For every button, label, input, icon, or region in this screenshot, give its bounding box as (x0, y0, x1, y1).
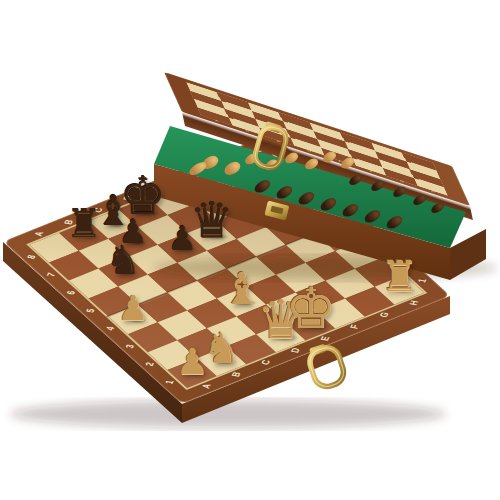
board-brass-clasp-icon (305, 341, 347, 390)
board-clasp-layer (0, 0, 500, 500)
chess-set-photo: AA11BB22CC33DD44EE55FF66GG77HH88 ABCDEFG… (0, 0, 500, 500)
